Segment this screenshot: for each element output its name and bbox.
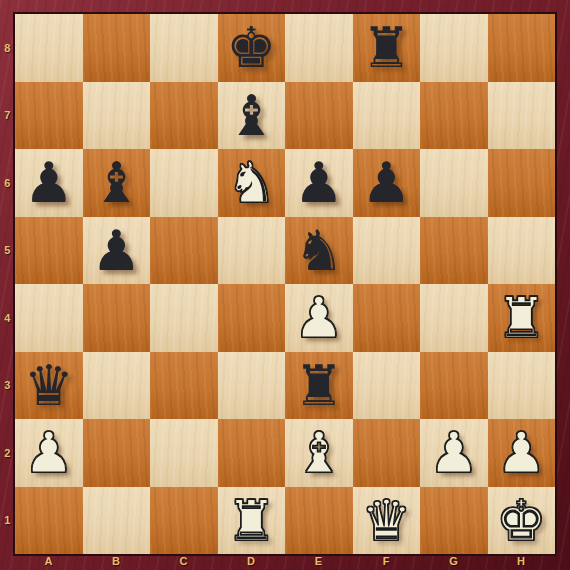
square-c5[interactable] <box>150 217 218 285</box>
square-h8[interactable] <box>488 14 556 82</box>
square-e4[interactable]: ♟ <box>285 284 353 352</box>
piece-black-queen[interactable]: ♛ <box>24 352 74 419</box>
square-c2[interactable] <box>150 419 218 487</box>
square-c6[interactable] <box>150 149 218 217</box>
square-d1[interactable]: ♜ <box>218 487 286 555</box>
file-label-c: C <box>150 552 218 570</box>
square-b6[interactable]: ♝ <box>83 149 151 217</box>
square-a4[interactable] <box>15 284 83 352</box>
square-c4[interactable] <box>150 284 218 352</box>
square-a8[interactable] <box>15 14 83 82</box>
square-e2[interactable]: ♝ <box>285 419 353 487</box>
square-f4[interactable] <box>353 284 421 352</box>
piece-black-pawn[interactable]: ♟ <box>91 217 141 284</box>
square-d6[interactable]: ♞ <box>218 149 286 217</box>
piece-black-rook[interactable]: ♜ <box>361 14 411 81</box>
square-a7[interactable] <box>15 82 83 150</box>
piece-black-rook[interactable]: ♜ <box>294 352 344 419</box>
square-h1[interactable]: ♚ <box>488 487 556 555</box>
rank-label-8: 8 <box>0 14 15 82</box>
square-f6[interactable]: ♟ <box>353 149 421 217</box>
square-h4[interactable]: ♜ <box>488 284 556 352</box>
square-a5[interactable] <box>15 217 83 285</box>
square-d8[interactable]: ♚ <box>218 14 286 82</box>
square-g4[interactable] <box>420 284 488 352</box>
square-e6[interactable]: ♟ <box>285 149 353 217</box>
square-e5[interactable]: ♞ <box>285 217 353 285</box>
square-b7[interactable] <box>83 82 151 150</box>
square-f2[interactable] <box>353 419 421 487</box>
square-a6[interactable]: ♟ <box>15 149 83 217</box>
file-label-h: H <box>488 552 556 570</box>
square-d7[interactable]: ♝ <box>218 82 286 150</box>
rank-label-4: 4 <box>0 284 15 352</box>
file-label-d: D <box>218 552 286 570</box>
square-e1[interactable] <box>285 487 353 555</box>
piece-white-king[interactable]: ♚ <box>496 487 546 554</box>
chess-board: ♚♜♝♟♝♞♟♟♟♞♟♜♛♜♟♝♟♟♜♛♚ <box>15 14 555 554</box>
square-g8[interactable] <box>420 14 488 82</box>
square-f5[interactable] <box>353 217 421 285</box>
piece-white-queen[interactable]: ♛ <box>361 487 411 554</box>
square-d3[interactable] <box>218 352 286 420</box>
rank-labels: 87654321 <box>0 14 15 554</box>
square-g7[interactable] <box>420 82 488 150</box>
square-h3[interactable] <box>488 352 556 420</box>
square-g2[interactable]: ♟ <box>420 419 488 487</box>
square-h7[interactable] <box>488 82 556 150</box>
piece-black-king[interactable]: ♚ <box>226 14 276 81</box>
square-d5[interactable] <box>218 217 286 285</box>
square-b1[interactable] <box>83 487 151 555</box>
square-a2[interactable]: ♟ <box>15 419 83 487</box>
piece-white-pawn[interactable]: ♟ <box>294 284 344 351</box>
piece-black-bishop[interactable]: ♝ <box>91 149 141 216</box>
square-c7[interactable] <box>150 82 218 150</box>
square-h6[interactable] <box>488 149 556 217</box>
square-b2[interactable] <box>83 419 151 487</box>
square-c3[interactable] <box>150 352 218 420</box>
file-label-f: F <box>353 552 421 570</box>
square-a3[interactable]: ♛ <box>15 352 83 420</box>
square-e8[interactable] <box>285 14 353 82</box>
square-c1[interactable] <box>150 487 218 555</box>
piece-white-bishop[interactable]: ♝ <box>294 419 344 486</box>
square-f8[interactable]: ♜ <box>353 14 421 82</box>
square-d2[interactable] <box>218 419 286 487</box>
square-h5[interactable] <box>488 217 556 285</box>
piece-black-pawn[interactable]: ♟ <box>361 149 411 216</box>
rank-label-6: 6 <box>0 149 15 217</box>
square-c8[interactable] <box>150 14 218 82</box>
piece-black-pawn[interactable]: ♟ <box>294 149 344 216</box>
square-g3[interactable] <box>420 352 488 420</box>
file-label-a: A <box>15 552 83 570</box>
square-f3[interactable] <box>353 352 421 420</box>
square-f7[interactable] <box>353 82 421 150</box>
piece-white-rook[interactable]: ♜ <box>226 487 276 554</box>
square-f1[interactable]: ♛ <box>353 487 421 555</box>
file-label-b: B <box>83 552 151 570</box>
square-e7[interactable] <box>285 82 353 150</box>
square-d4[interactable] <box>218 284 286 352</box>
piece-white-pawn[interactable]: ♟ <box>24 419 74 486</box>
piece-white-pawn[interactable]: ♟ <box>429 419 479 486</box>
square-b5[interactable]: ♟ <box>83 217 151 285</box>
file-label-e: E <box>285 552 353 570</box>
square-g5[interactable] <box>420 217 488 285</box>
rank-label-1: 1 <box>0 487 15 555</box>
piece-black-knight[interactable]: ♞ <box>294 217 344 284</box>
piece-white-rook[interactable]: ♜ <box>496 284 546 351</box>
file-labels: ABCDEFGH <box>15 552 555 570</box>
rank-label-2: 2 <box>0 419 15 487</box>
rank-label-3: 3 <box>0 352 15 420</box>
square-e3[interactable]: ♜ <box>285 352 353 420</box>
square-g6[interactable] <box>420 149 488 217</box>
piece-white-pawn[interactable]: ♟ <box>496 419 546 486</box>
rank-label-7: 7 <box>0 82 15 150</box>
rank-label-5: 5 <box>0 217 15 285</box>
square-b4[interactable] <box>83 284 151 352</box>
piece-black-bishop[interactable]: ♝ <box>226 82 276 149</box>
square-h2[interactable]: ♟ <box>488 419 556 487</box>
square-g1[interactable] <box>420 487 488 555</box>
chess-diagram-frame: 87654321 ♚♜♝♟♝♞♟♟♟♞♟♜♛♜♟♝♟♟♜♛♚ ABCDEFGH <box>0 0 570 570</box>
square-b8[interactable] <box>83 14 151 82</box>
square-b3[interactable] <box>83 352 151 420</box>
piece-black-pawn[interactable]: ♟ <box>24 149 74 216</box>
file-label-g: G <box>420 552 488 570</box>
square-a1[interactable] <box>15 487 83 555</box>
piece-white-knight[interactable]: ♞ <box>226 149 276 216</box>
